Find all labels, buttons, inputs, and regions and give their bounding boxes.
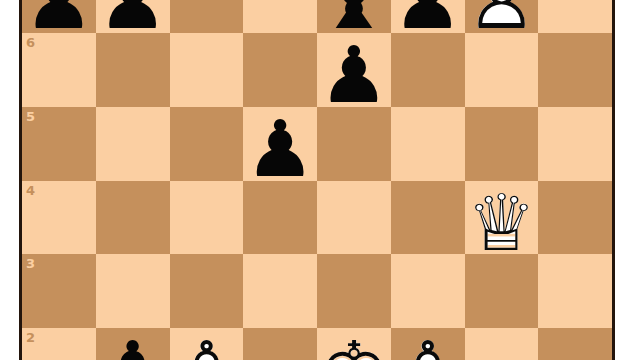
piece-outline-layer: ♙ (393, 331, 463, 360)
white-king-e2[interactable]: ♚♔ (317, 331, 391, 360)
square-a4[interactable]: 4 (22, 181, 96, 255)
square-g5[interactable] (465, 107, 539, 181)
square-h7[interactable] (538, 0, 612, 33)
square-h4[interactable] (538, 181, 612, 255)
square-f5[interactable] (391, 107, 465, 181)
rank-label-6: 6 (26, 35, 35, 51)
square-c6[interactable] (170, 33, 244, 107)
rank-label-4: 4 (26, 183, 35, 199)
square-a5[interactable]: 5 (22, 107, 96, 181)
square-f4[interactable] (391, 181, 465, 255)
square-d4[interactable] (243, 181, 317, 255)
white-pawn-f2[interactable]: ♟♙ (391, 331, 465, 360)
piece-outline-layer: ♔ (319, 331, 389, 360)
piece-fill-layer: ♟ (98, 331, 168, 360)
white-pawn-g7[interactable]: ♟♙ (465, 0, 539, 36)
rank-label-2: 2 (26, 330, 35, 346)
piece-outline-layer: ♕ (466, 184, 536, 262)
square-h5[interactable] (538, 107, 612, 181)
square-a6[interactable]: 6 (22, 33, 96, 107)
square-a3[interactable]: 3 (22, 254, 96, 328)
square-e5[interactable] (317, 107, 391, 181)
piece-fill-layer: ♟ (245, 110, 315, 188)
square-f7[interactable]: ♟ (391, 0, 465, 33)
square-c2[interactable]: ♟♙ (170, 328, 244, 360)
square-g7[interactable]: ♟♙ (465, 0, 539, 33)
square-b6[interactable] (96, 33, 170, 107)
square-e7[interactable]: ♝ (317, 0, 391, 33)
square-b2[interactable]: ♟ (96, 328, 170, 360)
square-g6[interactable] (465, 33, 539, 107)
square-f2[interactable]: ♟♙ (391, 328, 465, 360)
square-d5[interactable]: ♟ (243, 107, 317, 181)
board-border: ♟♟♝♟♟♙6♟5♟4♛♕32♟♟♙♚♔♟♙ (19, 0, 615, 360)
rank-label-5: 5 (26, 109, 35, 125)
square-c4[interactable] (170, 181, 244, 255)
square-g3[interactable] (465, 254, 539, 328)
piece-outline-layer: ♙ (171, 331, 241, 360)
square-d3[interactable] (243, 254, 317, 328)
square-e6[interactable]: ♟ (317, 33, 391, 107)
square-d2[interactable] (243, 328, 317, 360)
white-pawn-c2[interactable]: ♟♙ (170, 331, 244, 360)
square-b3[interactable] (96, 254, 170, 328)
chess-board: ♟♟♝♟♟♙6♟5♟4♛♕32♟♟♙♚♔♟♙ (22, 0, 612, 360)
white-queen-g4[interactable]: ♛♕ (465, 184, 539, 258)
square-a7[interactable]: ♟ (22, 0, 96, 33)
square-b7[interactable]: ♟ (96, 0, 170, 33)
square-d6[interactable] (243, 33, 317, 107)
square-h3[interactable] (538, 254, 612, 328)
black-pawn-f7[interactable]: ♟ (391, 0, 465, 36)
square-d7[interactable] (243, 0, 317, 33)
piece-fill-layer: ♟ (319, 36, 389, 114)
square-b4[interactable] (96, 181, 170, 255)
rank-label-3: 3 (26, 256, 35, 272)
black-pawn-d5[interactable]: ♟ (243, 110, 317, 184)
square-h2[interactable] (538, 328, 612, 360)
square-e4[interactable] (317, 181, 391, 255)
black-pawn-b2[interactable]: ♟ (96, 331, 170, 360)
square-c5[interactable] (170, 107, 244, 181)
black-pawn-a7[interactable]: ♟ (22, 0, 96, 36)
square-e3[interactable] (317, 254, 391, 328)
square-h6[interactable] (538, 33, 612, 107)
square-c7[interactable] (170, 0, 244, 33)
square-f3[interactable] (391, 254, 465, 328)
square-c3[interactable] (170, 254, 244, 328)
square-e2[interactable]: ♚♔ (317, 328, 391, 360)
square-f6[interactable] (391, 33, 465, 107)
black-pawn-e6[interactable]: ♟ (317, 36, 391, 110)
chess-diagram: ♟♟♝♟♟♙6♟5♟4♛♕32♟♟♙♚♔♟♙ (0, 0, 640, 360)
square-b5[interactable] (96, 107, 170, 181)
black-pawn-b7[interactable]: ♟ (96, 0, 170, 36)
square-g4[interactable]: ♛♕ (465, 181, 539, 255)
square-a2[interactable]: 2 (22, 328, 96, 360)
square-g2[interactable] (465, 328, 539, 360)
